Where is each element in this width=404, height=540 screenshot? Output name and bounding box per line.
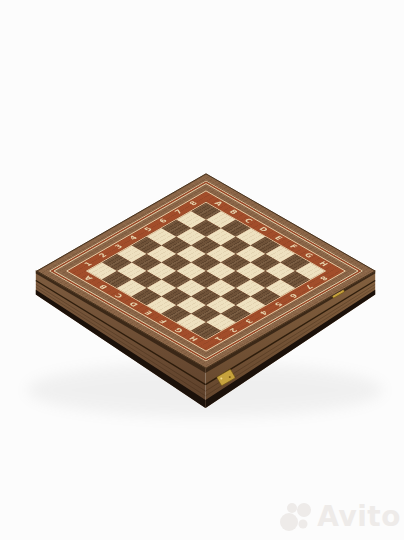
watermark-text: Avito	[317, 500, 401, 533]
watermark: Avito	[279, 498, 401, 534]
product-photo: ABCDEFGH ABCDEFGH 87654321 87654321 Avit…	[0, 0, 404, 540]
playing-field	[85, 201, 325, 339]
avito-logo-icon	[279, 498, 315, 534]
